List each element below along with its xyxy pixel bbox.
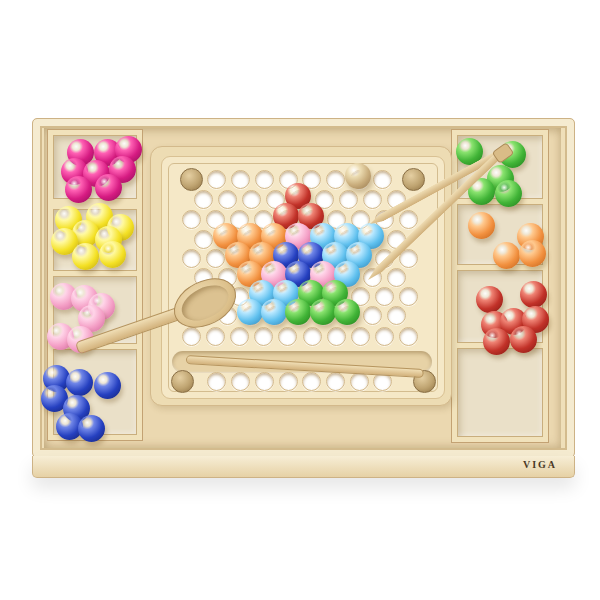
tray-bead-yellow[interactable] bbox=[99, 241, 126, 268]
pegboard-hole[interactable] bbox=[363, 190, 382, 209]
pegboard-hole[interactable] bbox=[339, 190, 358, 209]
board-bead-sky[interactable] bbox=[237, 299, 263, 325]
corner-peg bbox=[180, 168, 203, 191]
board-bead-green[interactable] bbox=[310, 299, 336, 325]
board-bead-green[interactable] bbox=[285, 299, 311, 325]
pegboard-hole[interactable] bbox=[255, 170, 274, 189]
pegboard-hole[interactable] bbox=[351, 327, 370, 346]
tray-bead-magenta[interactable] bbox=[65, 176, 92, 203]
tray-bead-magenta[interactable] bbox=[95, 174, 122, 201]
tray-bead-orange[interactable] bbox=[519, 240, 546, 267]
pegboard-hole[interactable] bbox=[303, 327, 322, 346]
pegboard-hole[interactable] bbox=[399, 210, 418, 229]
board-bead-green[interactable] bbox=[334, 299, 360, 325]
board-bead-wood[interactable] bbox=[345, 163, 371, 189]
pegboard-hole[interactable] bbox=[326, 372, 345, 391]
pegboard-hole[interactable] bbox=[182, 327, 201, 346]
pegboard-hole[interactable] bbox=[242, 190, 261, 209]
tray-bead-red[interactable] bbox=[520, 281, 547, 308]
brand-logo: VIGA bbox=[512, 459, 568, 470]
pegboard-hole[interactable] bbox=[206, 249, 225, 268]
pegboard-hole[interactable] bbox=[399, 287, 418, 306]
pegboard-hole[interactable] bbox=[375, 327, 394, 346]
pegboard-hole[interactable] bbox=[231, 170, 250, 189]
pegboard-hole[interactable] bbox=[207, 372, 226, 391]
pegboard-hole[interactable] bbox=[194, 230, 213, 249]
product-photo: VIGA bbox=[0, 0, 600, 600]
tray-bead-red[interactable] bbox=[483, 328, 510, 355]
tray-front-face bbox=[32, 456, 575, 478]
pegboard-hole[interactable] bbox=[255, 372, 274, 391]
pegboard-hole[interactable] bbox=[182, 210, 201, 229]
pegboard-hole[interactable] bbox=[231, 372, 250, 391]
pegboard-hole[interactable] bbox=[363, 306, 382, 325]
scene-layer bbox=[0, 0, 600, 600]
pegboard-hole[interactable] bbox=[373, 170, 392, 189]
pegboard-hole[interactable] bbox=[218, 190, 237, 209]
tray-bead-blue[interactable] bbox=[78, 415, 105, 442]
pegboard-hole[interactable] bbox=[375, 287, 394, 306]
pegboard-hole[interactable] bbox=[279, 372, 298, 391]
corner-peg bbox=[402, 168, 425, 191]
pegboard-hole[interactable] bbox=[387, 306, 406, 325]
pegboard-hole[interactable] bbox=[254, 327, 273, 346]
tray-bead-red[interactable] bbox=[476, 286, 503, 313]
pegboard-hole[interactable] bbox=[399, 327, 418, 346]
corner-peg bbox=[171, 370, 194, 393]
pegboard-hole[interactable] bbox=[207, 170, 226, 189]
tray-bead-red[interactable] bbox=[510, 326, 537, 353]
pegboard-hole[interactable] bbox=[387, 268, 406, 287]
pegboard-hole[interactable] bbox=[302, 372, 321, 391]
pegboard-hole[interactable] bbox=[278, 327, 297, 346]
tray-bead-orange[interactable] bbox=[468, 212, 495, 239]
pegboard-hole[interactable] bbox=[182, 249, 201, 268]
pegboard-hole[interactable] bbox=[326, 170, 345, 189]
pegboard-hole[interactable] bbox=[194, 190, 213, 209]
pegboard-hole[interactable] bbox=[327, 327, 346, 346]
tray-bead-yellow[interactable] bbox=[72, 243, 99, 270]
tray-bead-orange[interactable] bbox=[493, 242, 520, 269]
pegboard-hole[interactable] bbox=[206, 327, 225, 346]
tray-bead-green[interactable] bbox=[495, 180, 522, 207]
board-bead-sky[interactable] bbox=[261, 299, 287, 325]
tray-bead-blue[interactable] bbox=[94, 372, 121, 399]
tray-bead-blue[interactable] bbox=[66, 369, 93, 396]
pegboard-hole[interactable] bbox=[230, 327, 249, 346]
